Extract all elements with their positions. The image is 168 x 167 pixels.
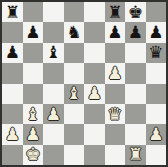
square-c7[interactable] <box>43 22 64 42</box>
square-h1[interactable] <box>146 145 167 165</box>
piece-bP-f7[interactable]: ♟ <box>107 24 122 41</box>
square-e3[interactable] <box>84 104 105 124</box>
square-a5[interactable] <box>2 63 23 83</box>
square-h8[interactable] <box>146 2 167 22</box>
square-g2[interactable] <box>125 124 146 144</box>
piece-wP-e4[interactable]: ♟ <box>87 85 102 102</box>
square-g5[interactable] <box>125 63 146 83</box>
chess-board: ♜♜♚♟♞♟♟♟♟♝♛♟♝♟♝♟♛♟♟♟♚♜ <box>2 2 166 165</box>
square-a4[interactable] <box>2 84 23 104</box>
square-g7[interactable]: ♟ <box>125 22 146 42</box>
square-h4[interactable] <box>146 84 167 104</box>
square-b5[interactable] <box>23 63 44 83</box>
piece-bQ-h6[interactable]: ♛ <box>148 44 163 61</box>
square-a7[interactable] <box>2 22 23 42</box>
square-f1[interactable] <box>105 145 126 165</box>
square-e4[interactable]: ♟ <box>84 84 105 104</box>
piece-bP-a6[interactable]: ♟ <box>5 44 20 61</box>
piece-wP-b2[interactable]: ♟ <box>25 126 40 143</box>
square-g8[interactable]: ♚ <box>125 2 146 22</box>
piece-bR-f8[interactable]: ♜ <box>107 4 122 21</box>
square-b6[interactable] <box>23 43 44 63</box>
square-e6[interactable] <box>84 43 105 63</box>
piece-wQ-f3[interactable]: ♛ <box>107 106 122 123</box>
square-c1[interactable] <box>43 145 64 165</box>
square-h3[interactable] <box>146 104 167 124</box>
piece-wB-b3[interactable]: ♝ <box>25 106 40 123</box>
square-a3[interactable] <box>2 104 23 124</box>
square-b7[interactable]: ♟ <box>23 22 44 42</box>
piece-wP-a2[interactable]: ♟ <box>5 126 20 143</box>
square-h7[interactable]: ♟ <box>146 22 167 42</box>
square-c5[interactable] <box>43 63 64 83</box>
square-h5[interactable] <box>146 63 167 83</box>
square-h2[interactable]: ♟ <box>146 124 167 144</box>
square-g1[interactable]: ♜ <box>125 145 146 165</box>
square-d6[interactable] <box>64 43 85 63</box>
square-d8[interactable] <box>64 2 85 22</box>
square-h6[interactable]: ♛ <box>146 43 167 63</box>
piece-wP-c3[interactable]: ♟ <box>46 106 61 123</box>
square-b8[interactable] <box>23 2 44 22</box>
square-f8[interactable]: ♜ <box>105 2 126 22</box>
square-c2[interactable] <box>43 124 64 144</box>
square-d7[interactable]: ♞ <box>64 22 85 42</box>
square-b4[interactable] <box>23 84 44 104</box>
square-a1[interactable] <box>2 145 23 165</box>
square-b3[interactable]: ♝ <box>23 104 44 124</box>
piece-wR-g1[interactable]: ♜ <box>128 146 143 163</box>
piece-wP-f5[interactable]: ♟ <box>107 65 122 82</box>
piece-wK-b1[interactable]: ♚ <box>25 146 40 163</box>
square-b2[interactable]: ♟ <box>23 124 44 144</box>
square-a8[interactable]: ♜ <box>2 2 23 22</box>
square-e5[interactable] <box>84 63 105 83</box>
square-d3[interactable] <box>64 104 85 124</box>
piece-bP-g7[interactable]: ♟ <box>128 24 143 41</box>
square-e7[interactable] <box>84 22 105 42</box>
piece-bP-b7[interactable]: ♟ <box>25 24 40 41</box>
chess-board-frame: ♜♜♚♟♞♟♟♟♟♝♛♟♝♟♝♟♛♟♟♟♚♜ <box>0 0 168 167</box>
square-c4[interactable] <box>43 84 64 104</box>
square-f2[interactable] <box>105 124 126 144</box>
square-f4[interactable] <box>105 84 126 104</box>
square-d2[interactable] <box>64 124 85 144</box>
piece-bP-h7[interactable]: ♟ <box>148 24 163 41</box>
piece-bK-g8[interactable]: ♚ <box>128 4 143 21</box>
square-d1[interactable] <box>64 145 85 165</box>
square-f7[interactable]: ♟ <box>105 22 126 42</box>
square-e1[interactable] <box>84 145 105 165</box>
square-c6[interactable]: ♝ <box>43 43 64 63</box>
square-e8[interactable] <box>84 2 105 22</box>
square-f3[interactable]: ♛ <box>105 104 126 124</box>
square-d4[interactable]: ♝ <box>64 84 85 104</box>
square-f5[interactable]: ♟ <box>105 63 126 83</box>
square-c3[interactable]: ♟ <box>43 104 64 124</box>
square-d5[interactable] <box>64 63 85 83</box>
piece-bN-d7[interactable]: ♞ <box>66 24 81 41</box>
square-c8[interactable] <box>43 2 64 22</box>
piece-bB-c6[interactable]: ♝ <box>46 44 61 61</box>
square-b1[interactable]: ♚ <box>23 145 44 165</box>
square-e2[interactable] <box>84 124 105 144</box>
square-g6[interactable] <box>125 43 146 63</box>
square-g4[interactable] <box>125 84 146 104</box>
piece-bR-a8[interactable]: ♜ <box>5 4 20 21</box>
piece-wB-d4[interactable]: ♝ <box>66 85 81 102</box>
square-g3[interactable] <box>125 104 146 124</box>
square-f6[interactable] <box>105 43 126 63</box>
piece-wP-h2[interactable]: ♟ <box>148 126 163 143</box>
square-a6[interactable]: ♟ <box>2 43 23 63</box>
square-a2[interactable]: ♟ <box>2 124 23 144</box>
